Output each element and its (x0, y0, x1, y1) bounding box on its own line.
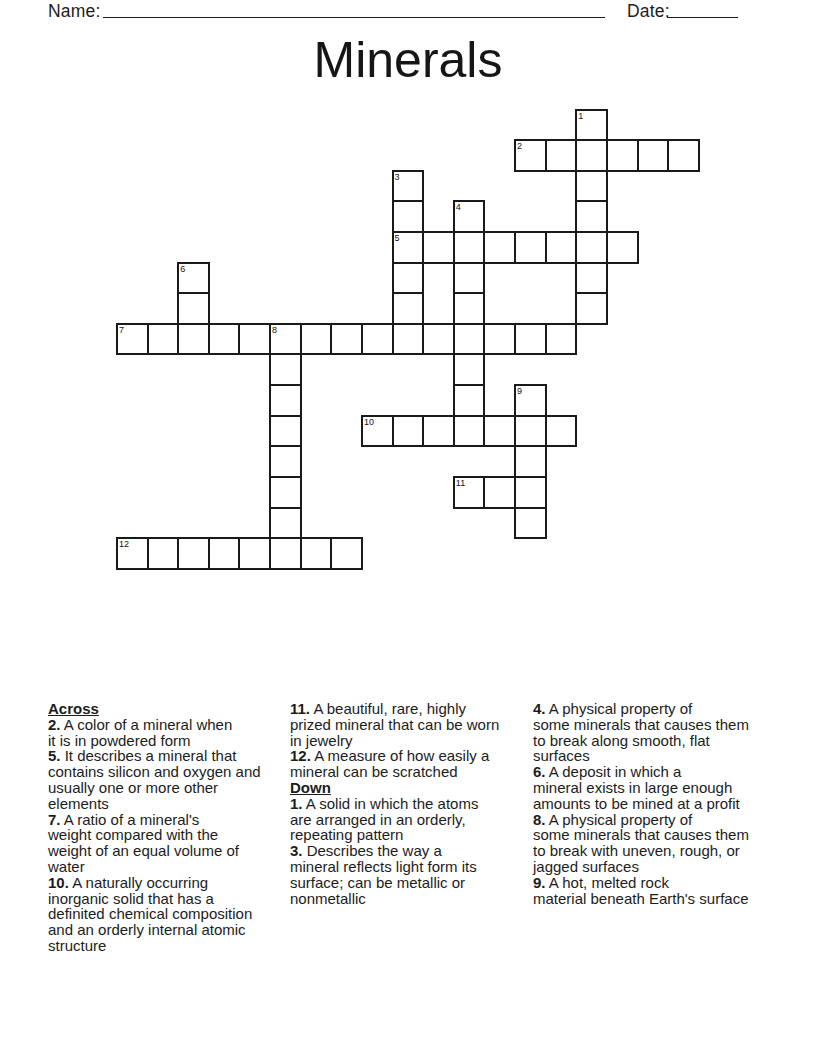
grid-cell[interactable] (514, 323, 547, 356)
grid-cell[interactable] (606, 231, 639, 264)
grid-cell[interactable] (392, 323, 425, 356)
clue-text: A physical property of some minerals tha… (533, 700, 749, 764)
worksheet-page: Name: Date: Minerals 123456789101112 Acr… (0, 0, 816, 1056)
grid-cell[interactable] (238, 323, 271, 356)
down-header: Down (290, 780, 533, 796)
date-label: Date: (627, 1, 670, 22)
clue-number-label: 4. (533, 700, 546, 717)
name-input-line[interactable] (103, 0, 605, 18)
grid-cell[interactable]: 5 (392, 231, 425, 264)
grid-cell[interactable] (422, 415, 455, 448)
clue-number: 6 (180, 264, 185, 274)
clue-text: A beautiful, rare, highly prized mineral… (290, 700, 499, 749)
grid-cell[interactable] (606, 139, 639, 172)
grid-cell[interactable] (300, 537, 333, 570)
clue-10: 10. A naturally occurring inorganic soli… (48, 875, 300, 954)
grid-cell[interactable] (330, 323, 363, 356)
grid-cell[interactable] (575, 262, 608, 295)
grid-cell[interactable] (514, 507, 547, 540)
crossword-grid: 123456789101112 (116, 109, 702, 571)
clue-column: Across2. A color of a mineral when it is… (48, 701, 300, 954)
clue-text: It describes a mineral that contains sil… (48, 747, 261, 811)
grid-cell[interactable] (147, 323, 180, 356)
grid-cell[interactable] (177, 537, 210, 570)
grid-cell[interactable]: 7 (116, 323, 149, 356)
grid-cell[interactable] (392, 415, 425, 448)
grid-cell[interactable] (422, 231, 455, 264)
clue-8: 8. A physical property of some minerals … (533, 812, 813, 875)
clue-text: A ratio of a mineral's weight compared w… (48, 811, 239, 875)
clue-number: 2 (517, 141, 522, 151)
grid-cell[interactable] (269, 384, 302, 417)
grid-cell[interactable] (392, 292, 425, 325)
clue-number: 3 (395, 172, 400, 182)
grid-cell[interactable] (453, 231, 486, 264)
clue-1: 1. A solid in which the atoms are arrang… (290, 796, 533, 843)
grid-cell[interactable]: 6 (177, 262, 210, 295)
grid-cell[interactable] (269, 507, 302, 540)
grid-cell[interactable] (147, 537, 180, 570)
grid-cell[interactable] (269, 445, 302, 478)
grid-cell[interactable] (238, 537, 271, 570)
clue-5: 5. It describes a mineral that contains … (48, 748, 300, 811)
grid-cell[interactable] (453, 353, 486, 386)
clue-text: Describes the way a mineral reflects lig… (290, 842, 477, 906)
clue-number: 1 (578, 111, 583, 121)
grid-cell[interactable]: 9 (514, 384, 547, 417)
grid-cell[interactable] (514, 231, 547, 264)
clue-number: 10 (364, 417, 374, 427)
clue-number-label: 12. (290, 747, 311, 764)
clue-number-label: 3. (290, 842, 303, 859)
grid-cell[interactable] (177, 292, 210, 325)
grid-cell[interactable]: 4 (453, 200, 486, 233)
grid-cell[interactable] (514, 445, 547, 478)
grid-cell[interactable] (483, 476, 516, 509)
clue-column: 11. A beautiful, rare, highly prized min… (290, 701, 533, 906)
clue-text: A hot, melted rock material beneath Eart… (533, 874, 748, 907)
clue-9: 9. A hot, melted rock material beneath E… (533, 875, 813, 907)
clue-text: A solid in which the atoms are arranged … (290, 795, 478, 844)
clue-number-label: 8. (533, 811, 546, 828)
grid-cell[interactable] (453, 323, 486, 356)
grid-cell[interactable]: 3 (392, 170, 425, 203)
clue-number-label: 6. (533, 763, 546, 780)
grid-cell[interactable] (575, 139, 608, 172)
clue-number: 4 (456, 202, 461, 212)
clue-number-label: 9. (533, 874, 546, 891)
grid-cell[interactable]: 12 (116, 537, 149, 570)
page-title: Minerals (0, 33, 816, 88)
grid-cell[interactable] (269, 353, 302, 386)
grid-cell[interactable] (545, 323, 578, 356)
grid-cell[interactable]: 8 (269, 323, 302, 356)
grid-cell[interactable] (545, 415, 578, 448)
grid-cell[interactable] (300, 323, 333, 356)
grid-cell[interactable] (667, 139, 700, 172)
grid-cell[interactable] (392, 262, 425, 295)
grid-cell[interactable] (575, 170, 608, 203)
clue-number: 9 (517, 386, 522, 396)
grid-cell[interactable] (453, 262, 486, 295)
grid-cell[interactable] (422, 323, 455, 356)
grid-cell[interactable] (269, 537, 302, 570)
grid-cell[interactable] (269, 476, 302, 509)
clue-number-label: 5. (48, 747, 61, 764)
clue-3: 3. Describes the way a mineral reflects … (290, 843, 533, 906)
clue-number-label: 10. (48, 874, 69, 891)
grid-cell[interactable] (637, 139, 670, 172)
grid-cell[interactable] (453, 292, 486, 325)
name-label: Name: (48, 1, 101, 22)
clue-text: A measure of how easily a mineral can be… (290, 747, 489, 780)
grid-cell[interactable] (453, 384, 486, 417)
clue-2: 2. A color of a mineral when it is in po… (48, 717, 300, 749)
grid-cell[interactable] (545, 231, 578, 264)
clue-text: A physical property of some minerals tha… (533, 811, 749, 875)
grid-cell[interactable] (483, 415, 516, 448)
clue-number-label: 1. (290, 795, 303, 812)
grid-cell[interactable] (361, 323, 394, 356)
clue-number: 8 (272, 325, 277, 335)
grid-cell[interactable] (483, 231, 516, 264)
clue-number: 12 (119, 539, 129, 549)
date-input-line[interactable] (667, 0, 738, 18)
grid-cell[interactable] (545, 139, 578, 172)
grid-cell[interactable] (514, 415, 547, 448)
clue-text: A color of a mineral when it is in powde… (48, 716, 232, 749)
grid-cell[interactable]: 2 (514, 139, 547, 172)
clue-11: 11. A beautiful, rare, highly prized min… (290, 701, 533, 748)
clue-number: 7 (119, 325, 124, 335)
across-header: Across (48, 701, 300, 717)
clue-4: 4. A physical property of some minerals … (533, 701, 813, 764)
clue-text: A deposit in which a mineral exists in l… (533, 763, 740, 812)
clue-6: 6. A deposit in which a mineral exists i… (533, 764, 813, 811)
clue-number-label: 7. (48, 811, 61, 828)
clue-number-label: 2. (48, 716, 61, 733)
grid-cell[interactable] (514, 476, 547, 509)
grid-cell[interactable]: 11 (453, 476, 486, 509)
clue-number-label: 11. (290, 700, 310, 717)
grid-cell[interactable] (177, 323, 210, 356)
grid-cell[interactable] (208, 537, 241, 570)
clue-column: 4. A physical property of some minerals … (533, 701, 813, 906)
grid-cell[interactable] (575, 231, 608, 264)
clue-text: A naturally occurring inorganic solid th… (48, 874, 252, 954)
grid-cell[interactable] (575, 292, 608, 325)
grid-cell[interactable] (392, 200, 425, 233)
grid-cell[interactable] (208, 323, 241, 356)
grid-cell[interactable]: 10 (361, 415, 394, 448)
grid-cell[interactable]: 1 (575, 109, 608, 142)
grid-cell[interactable] (575, 200, 608, 233)
clue-12: 12. A measure of how easily a mineral ca… (290, 748, 533, 780)
grid-cell[interactable] (269, 415, 302, 448)
clue-number: 11 (456, 478, 465, 488)
clue-number: 5 (395, 233, 400, 243)
grid-cell[interactable] (453, 415, 486, 448)
grid-cell[interactable] (483, 323, 516, 356)
clue-7: 7. A ratio of a mineral's weight compare… (48, 812, 300, 875)
grid-cell[interactable] (330, 537, 363, 570)
